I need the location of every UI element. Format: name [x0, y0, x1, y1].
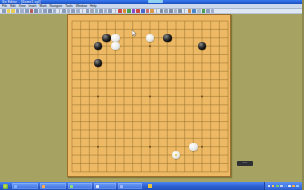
menu-file[interactable]: File	[2, 4, 7, 8]
task-window-icon	[120, 185, 123, 188]
toolbar-icon[interactable]	[67, 9, 71, 13]
taskbar-button-2[interactable]	[40, 183, 66, 189]
task-window-icon	[70, 185, 73, 188]
taskbar-buttons	[12, 183, 152, 189]
tray-icon[interactable]	[284, 185, 287, 188]
menu-edit[interactable]: Edit	[10, 4, 16, 8]
menu-mark[interactable]: Mark	[39, 4, 46, 8]
taskbar-quicklaunch-icon[interactable]	[148, 184, 152, 188]
menu-help[interactable]: Help	[90, 4, 97, 8]
taskbar[interactable]	[0, 182, 302, 190]
task-window-icon	[14, 185, 17, 188]
titlebar-glare	[148, 0, 163, 3]
system-tray[interactable]	[264, 182, 302, 190]
stone-black-E17[interactable]	[102, 34, 110, 42]
toolbar-icon[interactable]	[7, 9, 11, 13]
toolbar-icon[interactable]	[99, 9, 103, 13]
toolbar-icon[interactable]	[34, 9, 38, 13]
toolbar-icon[interactable]	[62, 9, 66, 13]
toolbar-icon[interactable]	[192, 9, 196, 13]
menu-insert[interactable]: Insert	[29, 4, 37, 8]
toolbar-icon[interactable]	[90, 9, 94, 13]
toolbar-icon[interactable]	[16, 9, 20, 13]
stone-white-F16[interactable]	[111, 42, 119, 50]
tray-icon[interactable]	[280, 185, 283, 188]
toolbar-icon[interactable]	[71, 9, 75, 13]
hoshi-point	[97, 146, 99, 148]
toolbar-icon[interactable]	[178, 9, 182, 13]
tray-icon[interactable]	[272, 185, 275, 188]
toolbar-icon[interactable]	[2, 9, 6, 13]
app-window: Go Editor - [Game1.sgf] FileEditViewInse…	[0, 0, 304, 190]
taskbar-button-1[interactable]	[12, 183, 38, 189]
toolbar-icon[interactable]	[39, 9, 43, 13]
toolbar-icon[interactable]	[11, 9, 15, 13]
last-move-marker	[175, 154, 178, 157]
toolbar-icon[interactable]	[118, 9, 122, 13]
toolbar-icon[interactable]	[202, 9, 206, 13]
toolbar-icon[interactable]	[95, 9, 99, 13]
toolbar-icon[interactable]	[146, 9, 150, 13]
toolbar-icon[interactable]	[164, 9, 168, 13]
toolbar-icon[interactable]	[104, 9, 108, 13]
hoshi-point	[149, 45, 151, 47]
tray-icon[interactable]	[276, 185, 279, 188]
menu-tools[interactable]: Tools	[65, 4, 72, 8]
tray-icon[interactable]	[292, 185, 295, 188]
stone-white-P4[interactable]	[189, 143, 197, 151]
toolbar-separator	[115, 9, 116, 13]
toolbar-icon[interactable]	[48, 9, 52, 13]
tray-icon[interactable]	[288, 185, 291, 188]
taskbar-button-3[interactable]	[68, 183, 92, 189]
task-window-icon	[42, 185, 45, 188]
toolbar-icon[interactable]	[43, 9, 47, 13]
toolbar-icon[interactable]	[211, 9, 215, 13]
toolbar-separator	[82, 9, 83, 13]
toolbar-icon[interactable]	[30, 9, 34, 13]
hoshi-point	[149, 146, 151, 148]
menu-view[interactable]: View	[19, 4, 26, 8]
hoshi-point	[97, 95, 99, 97]
toolbar-icon[interactable]	[188, 9, 192, 13]
mouse-cursor-icon	[132, 30, 137, 37]
goban[interactable]	[67, 14, 231, 177]
stone-white-F17[interactable]	[111, 34, 119, 42]
toolbar-icon[interactable]	[108, 9, 112, 13]
tray-icon[interactable]	[268, 185, 271, 188]
taskbar-button-4[interactable]	[94, 183, 116, 189]
taskbar-button-5[interactable]	[118, 183, 142, 189]
toolbar-separator	[156, 9, 157, 13]
toolbar-icon[interactable]	[206, 9, 210, 13]
hoshi-point	[201, 95, 203, 97]
tray-icon[interactable]	[296, 185, 299, 188]
task-window-icon	[96, 185, 99, 188]
overlay-caption: · · · · ·	[283, 177, 300, 181]
hoshi-point	[149, 95, 151, 97]
toolbar-icon[interactable]	[174, 9, 178, 13]
toolbar-icon[interactable]	[132, 9, 136, 13]
hoshi-point	[201, 146, 203, 148]
toolbar-icon[interactable]	[160, 9, 164, 13]
toolbar-icon[interactable]	[86, 9, 90, 13]
toolbar-icon[interactable]	[141, 9, 145, 13]
toolbar-separator	[59, 9, 60, 13]
toolbar-icon[interactable]	[169, 9, 173, 13]
start-button-icon[interactable]	[3, 184, 8, 189]
stone-white-K17[interactable]	[146, 34, 154, 42]
toolbar-icon[interactable]	[25, 9, 29, 13]
toolbar-icon[interactable]	[123, 9, 127, 13]
toolbar-separator	[184, 9, 185, 13]
toolbar-icon[interactable]	[136, 9, 140, 13]
menu-window[interactable]: Window	[76, 4, 87, 8]
toolbar-icon[interactable]	[20, 9, 24, 13]
toolbar-icon[interactable]	[150, 9, 154, 13]
toolbar-icon[interactable]	[127, 9, 131, 13]
toolbar-icon[interactable]	[76, 9, 80, 13]
stone-black-M17[interactable]	[163, 34, 171, 42]
toolbar-icon[interactable]	[53, 9, 57, 13]
menu-navigate[interactable]: Navigate	[50, 4, 63, 8]
toolbar-icon[interactable]	[197, 9, 201, 13]
watermark-badge: •••	[237, 161, 253, 166]
